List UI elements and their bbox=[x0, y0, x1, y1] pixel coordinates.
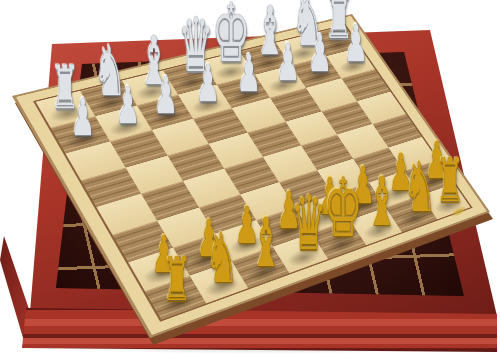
chess-set-scene: ♜♞♝♛♚♝♞♜♟♟♟♟♟♟♟♟♟♟♟♟♟♟♟♟♜♞♝♛♚♝♞♜ bbox=[0, 0, 500, 355]
piece-shadow bbox=[323, 232, 360, 256]
piece-shadow bbox=[201, 274, 242, 300]
piece-shadow bbox=[243, 259, 283, 284]
chess-board bbox=[0, 0, 400, 355]
piece-shadow bbox=[284, 245, 322, 269]
piece-shadow bbox=[397, 207, 432, 229]
piece-shadow bbox=[360, 219, 396, 242]
piece-shadow bbox=[157, 289, 199, 316]
